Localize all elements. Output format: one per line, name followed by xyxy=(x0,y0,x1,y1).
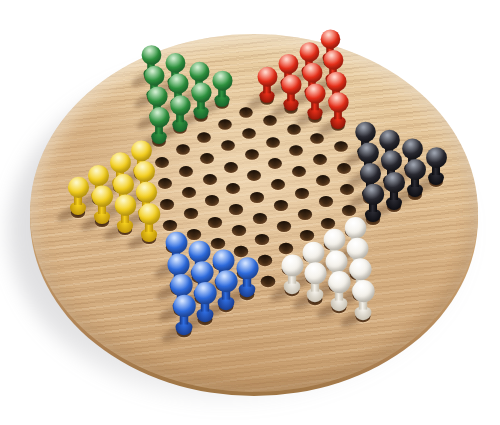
peg-ball xyxy=(326,71,346,91)
peg-ball xyxy=(352,279,374,301)
hole[interactable] xyxy=(187,229,201,240)
peg-ball xyxy=(91,186,112,207)
peg-ball xyxy=(299,42,319,62)
peg-ball xyxy=(191,261,213,283)
hole[interactable] xyxy=(229,204,243,215)
peg-ball xyxy=(67,177,88,198)
hole[interactable] xyxy=(290,145,304,156)
peg-ball xyxy=(191,82,211,102)
hole[interactable] xyxy=(182,187,196,198)
hole[interactable] xyxy=(295,188,309,199)
peg-ball xyxy=(194,282,216,304)
hole[interactable] xyxy=(160,199,174,210)
peg-ball xyxy=(236,258,258,280)
peg-ball xyxy=(172,295,194,317)
peg-ball xyxy=(88,165,109,186)
peg-ball xyxy=(344,217,366,239)
hole[interactable] xyxy=(200,153,214,164)
hole[interactable] xyxy=(226,183,240,194)
peg-ball xyxy=(257,66,277,86)
hole[interactable] xyxy=(266,137,280,148)
peg-ball xyxy=(325,250,347,272)
peg-ball xyxy=(357,142,378,163)
peg-ball xyxy=(141,45,161,65)
hole[interactable] xyxy=(274,200,288,211)
peg-ball xyxy=(328,271,350,293)
peg-ball xyxy=(302,63,322,83)
peg-ball xyxy=(149,107,169,127)
hole[interactable] xyxy=(300,230,314,241)
pieces-layer xyxy=(0,0,500,425)
peg-ball xyxy=(165,53,185,73)
hole[interactable] xyxy=(218,119,231,130)
hole[interactable] xyxy=(208,217,222,228)
hole[interactable] xyxy=(318,196,332,207)
peg-ball xyxy=(302,242,324,264)
peg-ball xyxy=(360,163,381,184)
peg-ball xyxy=(405,159,426,180)
peg-ball xyxy=(281,254,303,276)
hole[interactable] xyxy=(253,213,267,224)
peg-ball xyxy=(362,184,383,205)
hole[interactable] xyxy=(316,175,330,186)
peg-ball xyxy=(167,253,189,275)
peg-ball xyxy=(109,153,130,174)
peg-ball xyxy=(168,74,188,94)
peg-ball xyxy=(115,194,136,215)
hole[interactable] xyxy=(247,170,261,181)
peg-ball xyxy=(138,203,159,224)
peg-ball xyxy=(323,50,343,70)
hole[interactable] xyxy=(210,238,224,249)
hole[interactable] xyxy=(234,246,248,257)
peg-ball xyxy=(131,140,152,161)
peg-ball xyxy=(112,173,133,194)
hole[interactable] xyxy=(250,192,264,203)
peg-ball xyxy=(188,241,210,263)
hole[interactable] xyxy=(334,142,348,153)
hole[interactable] xyxy=(179,166,193,177)
hole[interactable] xyxy=(176,144,190,155)
peg-ball xyxy=(212,249,234,271)
peg-ball xyxy=(133,161,154,182)
hole[interactable] xyxy=(197,132,211,143)
peg-ball xyxy=(321,30,341,50)
peg-ball xyxy=(170,95,190,115)
hole[interactable] xyxy=(224,162,238,173)
hole[interactable] xyxy=(203,174,217,185)
peg-ball xyxy=(147,86,167,106)
peg-ball xyxy=(215,270,237,292)
hole[interactable] xyxy=(158,178,172,189)
peg-ball xyxy=(136,182,157,203)
hole[interactable] xyxy=(279,242,293,253)
peg-ball xyxy=(278,54,298,74)
hole[interactable] xyxy=(242,128,256,139)
peg-ball xyxy=(189,62,209,82)
peg-ball xyxy=(355,121,376,142)
peg-ball xyxy=(426,147,447,168)
peg-ball xyxy=(212,70,232,90)
peg-ball xyxy=(281,75,301,95)
peg-ball xyxy=(170,274,192,296)
peg-ball xyxy=(384,171,405,192)
hole[interactable] xyxy=(155,157,169,168)
peg-ball xyxy=(304,262,326,284)
peg-ball xyxy=(381,151,402,172)
hole[interactable] xyxy=(297,209,311,220)
peg-ball xyxy=(378,130,399,151)
peg-ball xyxy=(305,83,325,103)
peg-ball xyxy=(144,65,164,85)
hole[interactable] xyxy=(268,158,282,169)
hole[interactable] xyxy=(221,141,235,152)
hole[interactable] xyxy=(261,276,276,287)
hole[interactable] xyxy=(205,195,219,206)
photo-background xyxy=(0,0,500,425)
hole[interactable] xyxy=(245,149,259,160)
peg-ball xyxy=(328,92,348,112)
hole[interactable] xyxy=(258,255,272,266)
hole[interactable] xyxy=(184,208,198,219)
hole[interactable] xyxy=(232,225,246,236)
hole[interactable] xyxy=(163,220,177,231)
hole[interactable] xyxy=(292,166,306,177)
peg-ball xyxy=(347,238,369,260)
peg-ball xyxy=(402,138,423,159)
peg-ball xyxy=(349,259,371,281)
hole[interactable] xyxy=(321,217,335,228)
hole[interactable] xyxy=(271,179,285,190)
hole[interactable] xyxy=(255,234,269,245)
hole[interactable] xyxy=(313,154,327,165)
hole[interactable] xyxy=(276,221,290,232)
